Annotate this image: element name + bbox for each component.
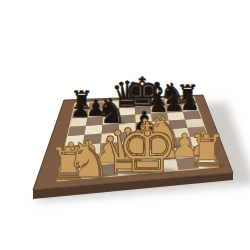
chessboard: ♜♛♚♝♞♜♟♟♟♟♟♞♟♟♞♟♟♟♟♟♟♟♜♞♛♚♜ (0, 0, 250, 250)
piece-white-K-e1: ♚ (117, 108, 179, 188)
piece-white-R-h1: ♜ (187, 125, 226, 176)
chessboard-photo: ♜♛♚♝♞♜♟♟♟♟♟♞♟♟♞♟♟♟♟♟♟♟♜♞♛♚♜ (0, 0, 250, 250)
